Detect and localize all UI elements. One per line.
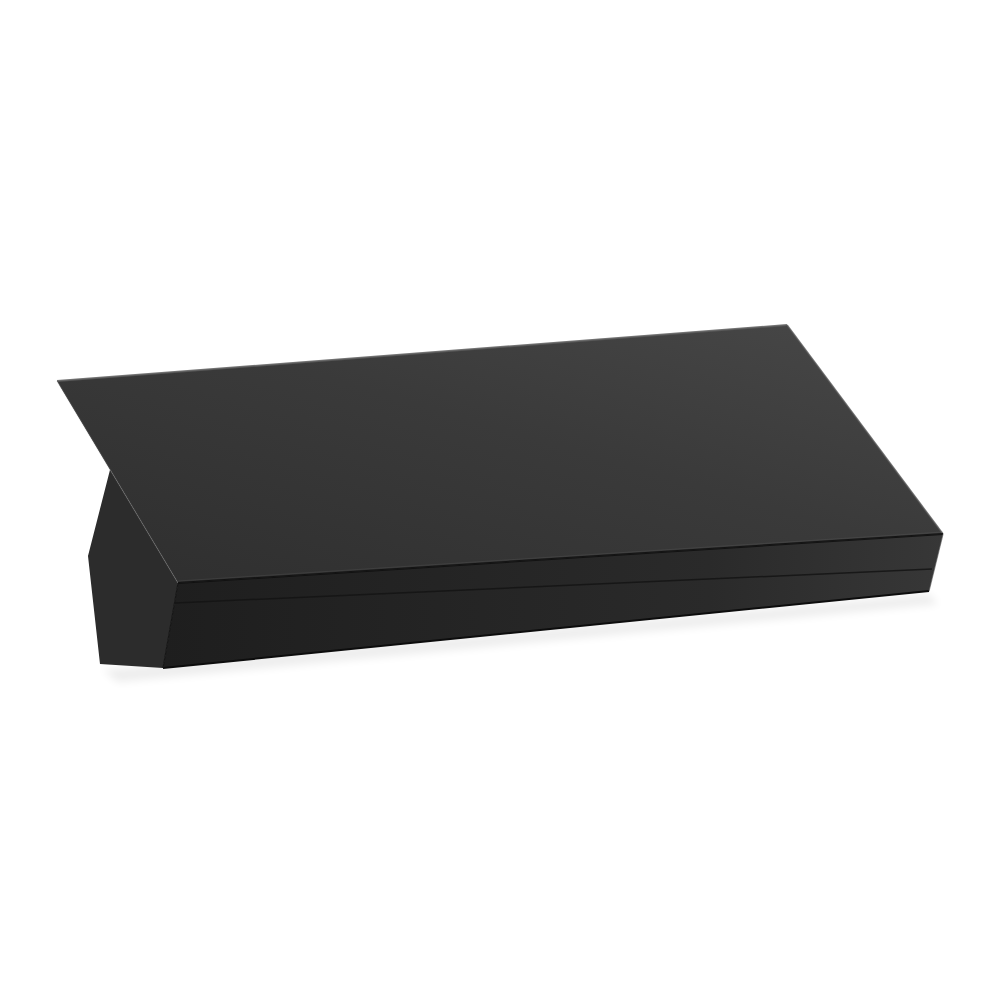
product-photo [0, 0, 1000, 1000]
connector-panel-scene [0, 0, 1000, 1000]
